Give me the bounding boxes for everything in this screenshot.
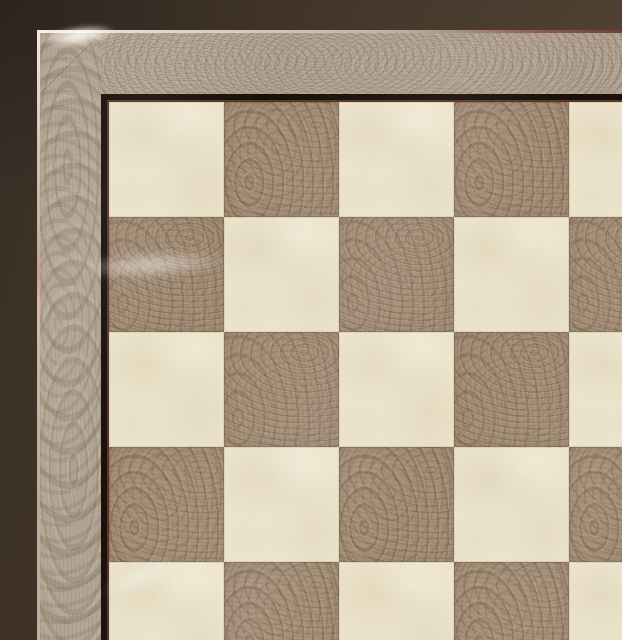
square-r4c5[interactable] [569, 447, 622, 562]
square-r5c1[interactable] [109, 562, 224, 640]
square-r2c3[interactable] [339, 217, 454, 332]
square-r3c3[interactable] [339, 332, 454, 447]
square-r3c2[interactable] [224, 332, 339, 447]
square-r1c5[interactable] [569, 102, 622, 217]
square-r2c5[interactable] [569, 217, 622, 332]
square-r3c4[interactable] [454, 332, 569, 447]
square-r5c4[interactable] [454, 562, 569, 640]
square-r1c2[interactable] [224, 102, 339, 217]
chess-board [37, 30, 622, 640]
photo-scene [0, 0, 622, 640]
square-r3c5[interactable] [569, 332, 622, 447]
square-r1c1[interactable] [109, 102, 224, 217]
square-r2c4[interactable] [454, 217, 569, 332]
square-r4c2[interactable] [224, 447, 339, 562]
accent-line-inlay [107, 100, 622, 640]
playing-area [109, 102, 622, 640]
board-frame-left [40, 33, 101, 640]
board-grid [109, 102, 622, 640]
square-r5c2[interactable] [224, 562, 339, 640]
square-r4c3[interactable] [339, 447, 454, 562]
square-r2c2[interactable] [224, 217, 339, 332]
square-r5c3[interactable] [339, 562, 454, 640]
pinstripe-inlay [101, 94, 622, 640]
board-frame-top [40, 33, 622, 94]
square-r1c4[interactable] [454, 102, 569, 217]
square-r4c4[interactable] [454, 447, 569, 562]
square-r1c3[interactable] [339, 102, 454, 217]
square-r4c1[interactable] [109, 447, 224, 562]
square-r2c1[interactable] [109, 217, 224, 332]
square-r3c1[interactable] [109, 332, 224, 447]
square-r5c5[interactable] [569, 562, 622, 640]
